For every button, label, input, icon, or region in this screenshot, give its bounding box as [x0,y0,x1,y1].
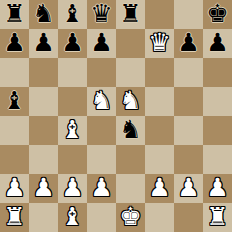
square-a5[interactable]: ♝ [0,87,29,116]
square-c7[interactable]: ♟ [58,29,87,58]
square-e1[interactable]: ♚ [116,203,145,232]
square-f7[interactable]: ♛ [145,29,174,58]
square-f3[interactable] [145,145,174,174]
square-f1[interactable] [145,203,174,232]
square-f6[interactable] [145,58,174,87]
square-c3[interactable] [58,145,87,174]
square-d7[interactable]: ♟ [87,29,116,58]
black-rook[interactable]: ♜ [119,0,141,28]
square-h3[interactable] [203,145,232,174]
square-a1[interactable]: ♜ [0,203,29,232]
white-queen[interactable]: ♛ [148,28,170,57]
square-g5[interactable] [174,87,203,116]
black-knight[interactable]: ♞ [119,115,141,144]
square-e5[interactable]: ♞ [116,87,145,116]
black-pawn[interactable]: ♟ [90,28,112,57]
square-g8[interactable] [174,0,203,29]
square-d1[interactable] [87,203,116,232]
square-h8[interactable]: ♚ [203,0,232,29]
square-g2[interactable]: ♟ [174,174,203,203]
square-a8[interactable]: ♜ [0,0,29,29]
square-c5[interactable] [58,87,87,116]
square-f2[interactable]: ♟ [145,174,174,203]
black-pawn[interactable]: ♟ [3,28,25,57]
square-h4[interactable] [203,116,232,145]
black-pawn[interactable]: ♟ [32,28,54,57]
white-pawn[interactable]: ♟ [90,173,112,202]
square-g7[interactable]: ♟ [174,29,203,58]
square-e7[interactable] [116,29,145,58]
white-pawn[interactable]: ♟ [32,173,54,202]
square-c2[interactable]: ♟ [58,174,87,203]
black-pawn[interactable]: ♟ [177,28,199,57]
square-d4[interactable] [87,116,116,145]
square-h6[interactable] [203,58,232,87]
square-b3[interactable] [29,145,58,174]
black-queen[interactable]: ♛ [90,0,112,28]
black-bishop[interactable]: ♝ [61,0,83,28]
white-bishop[interactable]: ♝ [61,115,83,144]
square-a4[interactable] [0,116,29,145]
square-f5[interactable] [145,87,174,116]
white-pawn[interactable]: ♟ [206,173,228,202]
square-b8[interactable]: ♞ [29,0,58,29]
square-c8[interactable]: ♝ [58,0,87,29]
square-g3[interactable] [174,145,203,174]
square-b1[interactable] [29,203,58,232]
chess-board: ♜♞♝♛♜♚♟♟♟♟♛♟♟♝♞♞♝♞♟♟♟♟♟♟♟♜♝♚♜ [0,0,232,232]
white-king[interactable]: ♚ [119,202,141,231]
square-b2[interactable]: ♟ [29,174,58,203]
square-e4[interactable]: ♞ [116,116,145,145]
square-d3[interactable] [87,145,116,174]
white-bishop[interactable]: ♝ [61,202,83,231]
square-f4[interactable] [145,116,174,145]
square-e2[interactable] [116,174,145,203]
square-a6[interactable] [0,58,29,87]
square-g4[interactable] [174,116,203,145]
square-e3[interactable] [116,145,145,174]
square-a7[interactable]: ♟ [0,29,29,58]
square-h7[interactable]: ♟ [203,29,232,58]
square-g1[interactable] [174,203,203,232]
white-pawn[interactable]: ♟ [148,173,170,202]
black-pawn[interactable]: ♟ [61,28,83,57]
white-pawn[interactable]: ♟ [177,173,199,202]
white-knight[interactable]: ♞ [119,86,141,115]
black-rook[interactable]: ♜ [3,0,25,28]
white-pawn[interactable]: ♟ [61,173,83,202]
square-f8[interactable] [145,0,174,29]
white-pawn[interactable]: ♟ [3,173,25,202]
square-a2[interactable]: ♟ [0,174,29,203]
square-g6[interactable] [174,58,203,87]
black-king[interactable]: ♚ [206,0,228,28]
square-h5[interactable] [203,87,232,116]
square-c4[interactable]: ♝ [58,116,87,145]
square-c6[interactable] [58,58,87,87]
square-e8[interactable]: ♜ [116,0,145,29]
square-d6[interactable] [87,58,116,87]
black-bishop[interactable]: ♝ [3,86,25,115]
black-knight[interactable]: ♞ [32,0,54,28]
square-d2[interactable]: ♟ [87,174,116,203]
square-b4[interactable] [29,116,58,145]
square-b5[interactable] [29,87,58,116]
square-d8[interactable]: ♛ [87,0,116,29]
white-rook[interactable]: ♜ [3,202,25,231]
square-h2[interactable]: ♟ [203,174,232,203]
black-pawn[interactable]: ♟ [206,28,228,57]
square-c1[interactable]: ♝ [58,203,87,232]
square-a3[interactable] [0,145,29,174]
white-rook[interactable]: ♜ [206,202,228,231]
square-b7[interactable]: ♟ [29,29,58,58]
square-e6[interactable] [116,58,145,87]
white-knight[interactable]: ♞ [90,86,112,115]
square-h1[interactable]: ♜ [203,203,232,232]
square-d5[interactable]: ♞ [87,87,116,116]
square-b6[interactable] [29,58,58,87]
